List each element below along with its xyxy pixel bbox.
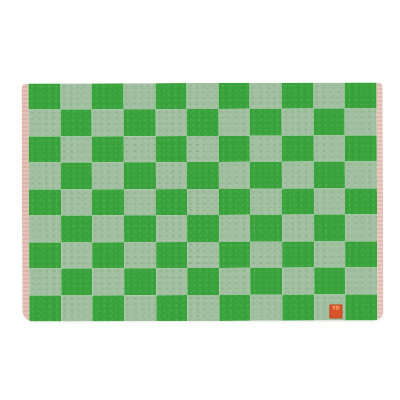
board-square xyxy=(61,295,93,322)
board-square xyxy=(60,136,92,163)
board-square xyxy=(92,215,124,242)
board-square xyxy=(219,189,251,216)
board-square xyxy=(124,268,156,295)
board-square xyxy=(187,136,219,163)
board-square xyxy=(250,109,282,136)
board-square xyxy=(219,136,251,163)
board-square xyxy=(29,83,61,110)
board-square xyxy=(29,295,61,322)
board-square xyxy=(282,162,314,189)
board-square xyxy=(124,215,156,242)
board-square xyxy=(282,215,314,242)
board-square xyxy=(124,162,156,189)
board-square xyxy=(345,162,377,189)
board-square xyxy=(124,110,156,137)
board-square xyxy=(92,110,124,137)
board-square xyxy=(219,162,251,189)
board-square xyxy=(92,163,124,190)
board-square xyxy=(314,188,346,215)
brand-tag: YD xyxy=(329,305,342,319)
board-square xyxy=(156,295,188,322)
board-square xyxy=(313,83,345,110)
board-square xyxy=(155,189,187,216)
board-square xyxy=(314,268,346,295)
board-square xyxy=(29,163,61,190)
board-square xyxy=(155,83,187,110)
board-square xyxy=(29,269,61,296)
board-square xyxy=(282,109,314,136)
board-square xyxy=(155,162,187,189)
board-square xyxy=(313,135,345,162)
board-square xyxy=(346,294,378,321)
board-square xyxy=(218,83,250,110)
board-square xyxy=(282,268,314,295)
board-square xyxy=(187,189,219,216)
board-square xyxy=(314,241,346,268)
board-square xyxy=(61,216,93,243)
board-square xyxy=(187,215,219,242)
board-square xyxy=(250,215,282,242)
board-square xyxy=(282,83,314,110)
board-square xyxy=(219,268,251,295)
board-square xyxy=(187,109,219,136)
board-square xyxy=(218,109,250,136)
board-square xyxy=(92,136,124,163)
board-square xyxy=(187,268,219,295)
board-square xyxy=(250,136,282,163)
board-square xyxy=(60,83,92,110)
board-square xyxy=(92,268,124,295)
board-square xyxy=(250,162,282,189)
board-square xyxy=(61,189,93,216)
board-square xyxy=(156,242,188,269)
board-square xyxy=(282,135,314,162)
board-square xyxy=(187,162,219,189)
board-square xyxy=(155,109,187,136)
board-square xyxy=(187,83,219,110)
board-square xyxy=(93,295,125,322)
board-square xyxy=(187,294,219,321)
board-square xyxy=(123,83,155,110)
board-square xyxy=(313,109,345,136)
board-square xyxy=(29,189,61,216)
board-square xyxy=(219,215,251,242)
board-square xyxy=(345,215,377,242)
checkerboard-grid xyxy=(29,82,378,321)
board-square xyxy=(345,188,377,215)
board-square xyxy=(60,110,92,137)
board-square xyxy=(124,242,156,269)
board-square xyxy=(29,110,61,137)
right-selvedge-edge xyxy=(377,82,384,320)
board-square xyxy=(156,268,188,295)
board-square xyxy=(61,242,93,269)
board-square xyxy=(187,242,219,269)
board-square xyxy=(314,215,346,242)
board-square xyxy=(345,135,377,162)
board-square xyxy=(282,188,314,215)
board-square xyxy=(251,294,283,321)
board-square xyxy=(219,241,251,268)
board-square xyxy=(251,268,283,295)
board-square xyxy=(61,268,93,295)
board-square xyxy=(282,241,314,268)
board-square xyxy=(92,189,124,216)
board-square xyxy=(250,188,282,215)
board-square xyxy=(346,267,378,294)
board-square xyxy=(219,294,251,321)
board-square xyxy=(345,82,377,109)
board-square xyxy=(29,242,61,269)
product-photo: YD xyxy=(0,0,400,400)
board-square xyxy=(345,109,377,136)
board-square xyxy=(282,294,314,321)
board-square xyxy=(60,163,92,190)
board-square xyxy=(314,162,346,189)
board-square xyxy=(124,136,156,163)
brand-tag-text: YD xyxy=(332,305,340,312)
board-square xyxy=(92,242,124,269)
checkerboard-mat: YD xyxy=(22,82,384,321)
board-square xyxy=(250,83,282,110)
board-square xyxy=(29,136,61,163)
board-square xyxy=(92,83,124,110)
board-square xyxy=(29,216,61,243)
board-square xyxy=(155,136,187,163)
board-square xyxy=(124,295,156,322)
board-square xyxy=(156,215,188,242)
board-square xyxy=(124,189,156,216)
board-square xyxy=(251,241,283,268)
board-square xyxy=(345,241,377,268)
